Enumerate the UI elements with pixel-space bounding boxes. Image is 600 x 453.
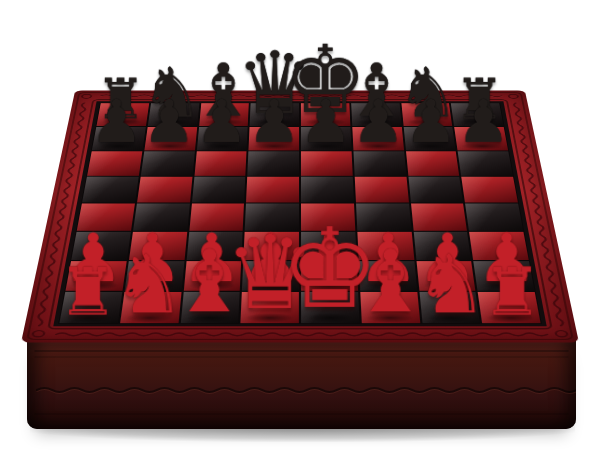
board-grid: ♜♞♝♛♚♝♞♜♟♟♟♟♟♟♟♟♟♟♟♟♟♟♟♟♜♞♝♛♚♝♞♜ bbox=[53, 101, 546, 326]
piece-shadow bbox=[457, 119, 499, 126]
square-f2[interactable]: ♟ bbox=[357, 260, 417, 291]
piece-shadow bbox=[306, 313, 355, 323]
piece-shadow bbox=[96, 143, 139, 150]
square-d7[interactable]: ♟ bbox=[248, 126, 300, 150]
square-e8[interactable]: ♚ bbox=[300, 103, 351, 126]
piece-shadow bbox=[188, 281, 236, 290]
square-f4[interactable] bbox=[355, 203, 412, 231]
piece-shadow bbox=[129, 281, 178, 290]
square-c1[interactable]: ♝ bbox=[179, 291, 241, 324]
square-f6[interactable] bbox=[352, 151, 407, 177]
piece-shadow bbox=[203, 119, 245, 126]
square-f1[interactable]: ♝ bbox=[359, 291, 421, 324]
square-c2[interactable]: ♟ bbox=[182, 260, 242, 291]
piece-shadow bbox=[357, 143, 400, 150]
square-e6[interactable] bbox=[300, 151, 353, 177]
square-c7[interactable]: ♟ bbox=[195, 126, 248, 150]
chess-board: ♜♞♝♛♚♝♞♜♟♟♟♟♟♟♟♟♟♟♟♟♟♟♟♟♜♞♝♛♚♝♞♜ bbox=[21, 91, 579, 343]
piece-shadow bbox=[356, 119, 398, 126]
square-g1[interactable]: ♞ bbox=[418, 291, 482, 324]
square-d3[interactable] bbox=[243, 231, 300, 260]
square-c8[interactable]: ♝ bbox=[198, 103, 250, 126]
square-f3[interactable] bbox=[356, 231, 415, 260]
piece-shadow bbox=[364, 281, 412, 290]
square-f7[interactable]: ♟ bbox=[351, 126, 404, 150]
square-b2[interactable]: ♟ bbox=[123, 260, 185, 291]
square-a8[interactable]: ♜ bbox=[95, 103, 149, 126]
square-b3[interactable] bbox=[128, 231, 188, 260]
square-b1[interactable]: ♞ bbox=[119, 291, 183, 324]
piece-black-knight-b8: ♞ bbox=[141, 58, 203, 127]
square-d6[interactable] bbox=[247, 151, 300, 177]
square-h6[interactable] bbox=[457, 151, 514, 177]
square-e3[interactable] bbox=[300, 231, 357, 260]
square-f5[interactable] bbox=[353, 176, 409, 203]
piece-shadow bbox=[245, 313, 294, 323]
square-c3[interactable] bbox=[185, 231, 244, 260]
square-f8[interactable]: ♝ bbox=[350, 103, 402, 126]
square-a7[interactable]: ♟ bbox=[91, 126, 147, 150]
square-g5[interactable] bbox=[407, 176, 464, 203]
piece-black-rook-a8: ♜ bbox=[96, 71, 146, 127]
piece-black-knight-g8: ♞ bbox=[397, 58, 459, 127]
square-h4[interactable] bbox=[464, 203, 524, 231]
square-g4[interactable] bbox=[410, 203, 469, 231]
piece-shadow bbox=[254, 119, 295, 126]
piece-black-bishop-c8: ♝ bbox=[191, 54, 256, 127]
square-h2[interactable]: ♟ bbox=[472, 260, 535, 291]
square-d4[interactable] bbox=[244, 203, 300, 231]
piece-shadow bbox=[306, 281, 354, 290]
square-g8[interactable]: ♞ bbox=[400, 103, 453, 126]
square-a6[interactable] bbox=[86, 151, 143, 177]
box-ornament-waves-icon bbox=[27, 338, 576, 429]
square-g3[interactable] bbox=[412, 231, 472, 260]
square-d1[interactable]: ♛ bbox=[240, 291, 300, 324]
square-d2[interactable]: ♟ bbox=[241, 260, 300, 291]
square-b6[interactable] bbox=[140, 151, 196, 177]
square-h3[interactable] bbox=[468, 231, 530, 260]
square-e4[interactable] bbox=[300, 203, 356, 231]
piece-shadow bbox=[101, 119, 143, 126]
piece-shadow bbox=[185, 313, 234, 323]
square-c4[interactable] bbox=[188, 203, 245, 231]
square-b4[interactable] bbox=[132, 203, 191, 231]
square-a3[interactable] bbox=[70, 231, 132, 260]
square-h5[interactable] bbox=[460, 176, 519, 203]
square-h8[interactable]: ♜ bbox=[450, 103, 504, 126]
square-c5[interactable] bbox=[191, 176, 247, 203]
piece-black-rook-h8: ♜ bbox=[454, 71, 504, 127]
square-e2[interactable]: ♟ bbox=[300, 260, 359, 291]
piece-shadow bbox=[461, 143, 504, 150]
square-a2[interactable]: ♟ bbox=[64, 260, 127, 291]
piece-shadow bbox=[148, 143, 191, 150]
piece-shadow bbox=[201, 143, 244, 150]
piece-shadow bbox=[406, 119, 448, 126]
piece-shadow bbox=[125, 313, 175, 323]
square-a4[interactable] bbox=[76, 203, 136, 231]
piece-shadow bbox=[422, 281, 471, 290]
square-h7[interactable]: ♟ bbox=[453, 126, 509, 150]
piece-black-bishop-f8: ♝ bbox=[344, 54, 409, 127]
square-b8[interactable]: ♞ bbox=[147, 103, 200, 126]
piece-shadow bbox=[247, 281, 295, 290]
square-e7[interactable]: ♟ bbox=[300, 126, 352, 150]
square-g6[interactable] bbox=[405, 151, 461, 177]
square-h1[interactable]: ♜ bbox=[477, 291, 542, 324]
square-b5[interactable] bbox=[136, 176, 193, 203]
piece-shadow bbox=[481, 281, 530, 290]
piece-shadow bbox=[253, 143, 295, 150]
piece-shadow bbox=[305, 119, 346, 126]
piece-shadow bbox=[305, 143, 347, 150]
square-g2[interactable]: ♟ bbox=[415, 260, 477, 291]
piece-shadow bbox=[426, 313, 476, 323]
storage-box-front bbox=[27, 338, 576, 429]
square-c6[interactable] bbox=[193, 151, 248, 177]
square-d8[interactable]: ♛ bbox=[249, 103, 300, 126]
square-a5[interactable] bbox=[81, 176, 140, 203]
piece-shadow bbox=[486, 313, 536, 323]
square-d5[interactable] bbox=[245, 176, 300, 203]
square-a1[interactable]: ♜ bbox=[58, 291, 123, 324]
piece-shadow bbox=[64, 313, 114, 323]
square-e1[interactable]: ♚ bbox=[300, 291, 360, 324]
piece-shadow bbox=[70, 281, 119, 290]
piece-shadow bbox=[409, 143, 452, 150]
piece-shadow bbox=[366, 313, 415, 323]
piece-shadow bbox=[152, 119, 194, 126]
square-e5[interactable] bbox=[300, 176, 355, 203]
square-g7[interactable]: ♟ bbox=[402, 126, 457, 150]
chess-set-photo: ♜♞♝♛♚♝♞♜♟♟♟♟♟♟♟♟♟♟♟♟♟♟♟♟♜♞♝♛♚♝♞♜ bbox=[0, 0, 600, 453]
square-b7[interactable]: ♟ bbox=[143, 126, 198, 150]
